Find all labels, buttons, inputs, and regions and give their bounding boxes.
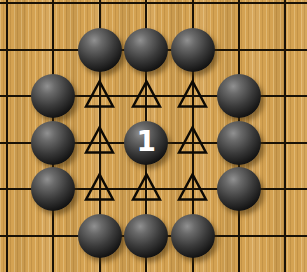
point-d5[interactable] [123, 166, 169, 213]
point-c4[interactable] [77, 119, 123, 166]
move-number-label: 1 [136, 128, 155, 156]
triangle-mark-icon [131, 79, 162, 109]
point-c3[interactable] [77, 73, 123, 120]
board-grid: 1 [0, 0, 307, 259]
black-stone[interactable] [124, 214, 168, 258]
point-a4[interactable] [0, 119, 30, 166]
point-f4[interactable] [216, 119, 262, 166]
point-a6[interactable] [0, 212, 30, 259]
point-f5[interactable] [216, 166, 262, 213]
black-stone[interactable] [31, 167, 75, 211]
point-d3[interactable] [123, 73, 169, 120]
point-a2[interactable] [0, 26, 30, 73]
point-e4[interactable] [169, 119, 215, 166]
point-e5[interactable] [169, 166, 215, 213]
black-stone[interactable] [217, 121, 261, 165]
point-b5[interactable] [30, 166, 76, 213]
point-f2[interactable] [216, 26, 262, 73]
point-g3[interactable] [262, 73, 307, 120]
point-b3[interactable] [30, 73, 76, 120]
black-stone-move-1[interactable]: 1 [124, 121, 168, 165]
point-c2[interactable] [77, 26, 123, 73]
black-stone[interactable] [31, 74, 75, 118]
point-b2[interactable] [30, 26, 76, 73]
go-diagram: 1 [0, 0, 307, 272]
point-e1[interactable] [169, 0, 215, 26]
point-e3[interactable] [169, 73, 215, 120]
point-g6[interactable] [262, 212, 307, 259]
black-stone[interactable] [217, 167, 261, 211]
black-stone[interactable] [171, 214, 215, 258]
triangle-mark-icon [177, 125, 208, 155]
point-d2[interactable] [123, 26, 169, 73]
point-a5[interactable] [0, 166, 30, 213]
point-f1[interactable] [216, 0, 262, 26]
point-a1[interactable] [0, 0, 30, 26]
board-surface: 1 [0, 0, 307, 272]
point-f6[interactable] [216, 212, 262, 259]
triangle-mark-icon [84, 172, 115, 202]
point-f3[interactable] [216, 73, 262, 120]
black-stone[interactable] [31, 121, 75, 165]
black-stone[interactable] [78, 28, 122, 72]
point-b1[interactable] [30, 0, 76, 26]
point-c6[interactable] [77, 212, 123, 259]
point-g1[interactable] [262, 0, 307, 26]
point-c5[interactable] [77, 166, 123, 213]
triangle-mark-icon [131, 172, 162, 202]
black-stone[interactable] [171, 28, 215, 72]
point-g5[interactable] [262, 166, 307, 213]
triangle-mark-icon [84, 79, 115, 109]
black-stone[interactable] [78, 214, 122, 258]
point-d6[interactable] [123, 212, 169, 259]
point-g2[interactable] [262, 26, 307, 73]
point-a3[interactable] [0, 73, 30, 120]
point-d1[interactable] [123, 0, 169, 26]
point-e6[interactable] [169, 212, 215, 259]
point-g4[interactable] [262, 119, 307, 166]
black-stone[interactable] [124, 28, 168, 72]
triangle-mark-icon [177, 172, 208, 202]
triangle-mark-icon [84, 125, 115, 155]
point-b4[interactable] [30, 119, 76, 166]
black-stone[interactable] [217, 74, 261, 118]
point-b6[interactable] [30, 212, 76, 259]
point-d4[interactable]: 1 [123, 119, 169, 166]
point-e2[interactable] [169, 26, 215, 73]
point-c1[interactable] [77, 0, 123, 26]
triangle-mark-icon [177, 79, 208, 109]
